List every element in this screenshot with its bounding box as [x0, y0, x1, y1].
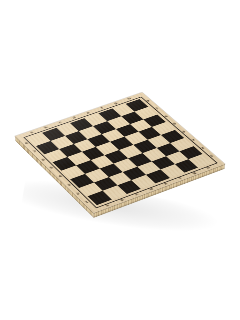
- square-c1[interactable]: [117, 180, 141, 194]
- square-e1[interactable]: [146, 170, 170, 184]
- square-f1[interactable]: [160, 164, 184, 178]
- square-f2[interactable]: [151, 156, 174, 169]
- square-a4[interactable]: [61, 165, 84, 179]
- square-b4[interactable]: [76, 160, 99, 174]
- photo-background: abcdefgh abcdefgh 87654321 87654321: [0, 0, 240, 320]
- square-d1[interactable]: [132, 175, 156, 189]
- square-b5[interactable]: [67, 152, 90, 165]
- square-a6[interactable]: [44, 149, 67, 162]
- square-c2[interactable]: [108, 172, 132, 186]
- square-a3[interactable]: [70, 174, 94, 188]
- square-c3[interactable]: [99, 163, 122, 177]
- square-g1[interactable]: [175, 159, 199, 173]
- square-a2[interactable]: [79, 182, 103, 196]
- square-d4[interactable]: [105, 150, 128, 163]
- square-h1[interactable]: [189, 154, 212, 167]
- rank-label-1: 1: [206, 152, 219, 162]
- square-e3[interactable]: [128, 153, 151, 166]
- square-b3[interactable]: [85, 169, 108, 183]
- square-a1[interactable]: [88, 191, 112, 205]
- square-b1[interactable]: [103, 186, 127, 200]
- square-d3[interactable]: [114, 158, 137, 172]
- square-c4[interactable]: [90, 155, 113, 168]
- square-e2[interactable]: [137, 161, 160, 175]
- square-d2[interactable]: [123, 166, 147, 180]
- square-g2[interactable]: [165, 151, 188, 164]
- square-b2[interactable]: [94, 177, 118, 191]
- square-a5[interactable]: [53, 157, 76, 171]
